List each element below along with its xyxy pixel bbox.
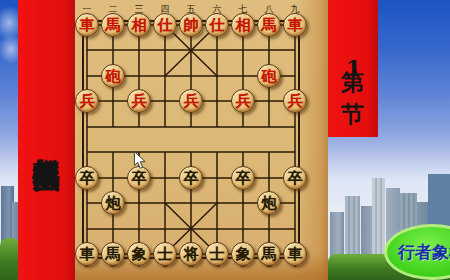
piece-black-r9c1[interactable]: 馬 (101, 242, 125, 266)
section-banner-text: 第1节 (328, 52, 378, 85)
trees (0, 238, 20, 280)
piece-black-r9c5[interactable]: 士 (205, 242, 229, 266)
piece-black-r9c2[interactable]: 象 (127, 242, 151, 266)
piece-black-r9c6[interactable]: 象 (231, 242, 255, 266)
board-grid-svg (75, 0, 328, 280)
piece-black-r7c1[interactable]: 炮 (101, 191, 125, 215)
left-title-text: 怎样破解中炮盘头马 (18, 136, 75, 145)
left-title-banner: 怎样破解中炮盘头马 (18, 0, 75, 280)
piece-red-r3c6[interactable]: 兵 (231, 89, 255, 113)
piece-red-r2c7[interactable]: 砲 (257, 64, 281, 88)
piece-red-r0c4[interactable]: 帥 (179, 13, 203, 37)
piece-black-r6c8[interactable]: 卒 (283, 166, 307, 190)
piece-black-r9c4[interactable]: 将 (179, 242, 203, 266)
piece-red-r3c2[interactable]: 兵 (127, 89, 151, 113)
piece-red-r0c1[interactable]: 馬 (101, 13, 125, 37)
piece-red-r0c2[interactable]: 相 (127, 13, 151, 37)
piece-red-r3c8[interactable]: 兵 (283, 89, 307, 113)
piece-black-r9c3[interactable]: 士 (153, 242, 177, 266)
piece-red-r0c0[interactable]: 車 (75, 13, 99, 37)
piece-black-r7c7[interactable]: 炮 (257, 191, 281, 215)
piece-red-r0c3[interactable]: 仕 (153, 13, 177, 37)
piece-red-r0c5[interactable]: 仕 (205, 13, 229, 37)
piece-red-r0c6[interactable]: 相 (231, 13, 255, 37)
piece-black-r9c7[interactable]: 馬 (257, 242, 281, 266)
channel-watermark-text: 行者象棋 (398, 241, 450, 264)
piece-red-r2c1[interactable]: 砲 (101, 64, 125, 88)
piece-red-r0c8[interactable]: 車 (283, 13, 307, 37)
mouse-cursor-icon (133, 151, 147, 171)
piece-black-r9c8[interactable]: 車 (283, 242, 307, 266)
piece-black-r9c0[interactable]: 車 (75, 242, 99, 266)
video-frame: 怎样破解中炮盘头马 一二三四五六七八九 987654321 車馬相仕帥仕相馬車砲… (0, 0, 450, 280)
section-banner: 第1节 (328, 0, 378, 137)
piece-black-r6c0[interactable]: 卒 (75, 166, 99, 190)
piece-red-r0c7[interactable]: 馬 (257, 13, 281, 37)
piece-black-r6c4[interactable]: 卒 (179, 166, 203, 190)
piece-black-r6c6[interactable]: 卒 (231, 166, 255, 190)
piece-red-r3c0[interactable]: 兵 (75, 89, 99, 113)
xiangqi-board[interactable]: 一二三四五六七八九 987654321 車馬相仕帥仕相馬車砲砲兵兵兵兵兵卒卒卒卒… (75, 0, 328, 280)
piece-red-r3c4[interactable]: 兵 (179, 89, 203, 113)
